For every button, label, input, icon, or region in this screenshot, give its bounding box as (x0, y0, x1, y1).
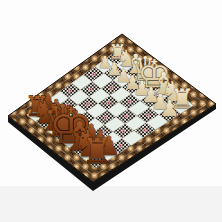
rosette-center (90, 89, 92, 91)
rosette-center (123, 131, 125, 133)
piece-white-pawn-h2[interactable]: ♟ (160, 96, 180, 121)
rosette-center (129, 101, 131, 103)
rosette-center (144, 130, 146, 132)
rosette-center (70, 90, 72, 92)
rosette-center (108, 102, 110, 104)
piece-black-rook-h8[interactable]: ♜ (82, 131, 113, 171)
chess-board: ♜♞♟♝♟♛♟♚♟♝♟♞♟♜♟♟♟♟♜♟♞♟♝♟♛♟♚♟♝♟♞♜ (0, 0, 222, 222)
rosette-center (111, 87, 113, 89)
rosette-center (147, 115, 149, 117)
rosette-center (105, 117, 107, 119)
rosette-center (126, 116, 128, 118)
floor-band (0, 186, 222, 222)
rosette-center (93, 74, 95, 76)
product-photo: ♜♞♟♝♟♛♟♚♟♝♟♞♟♜♟♟♟♟♜♟♞♟♝♟♛♟♚♟♝♟♞♜ (0, 0, 222, 222)
